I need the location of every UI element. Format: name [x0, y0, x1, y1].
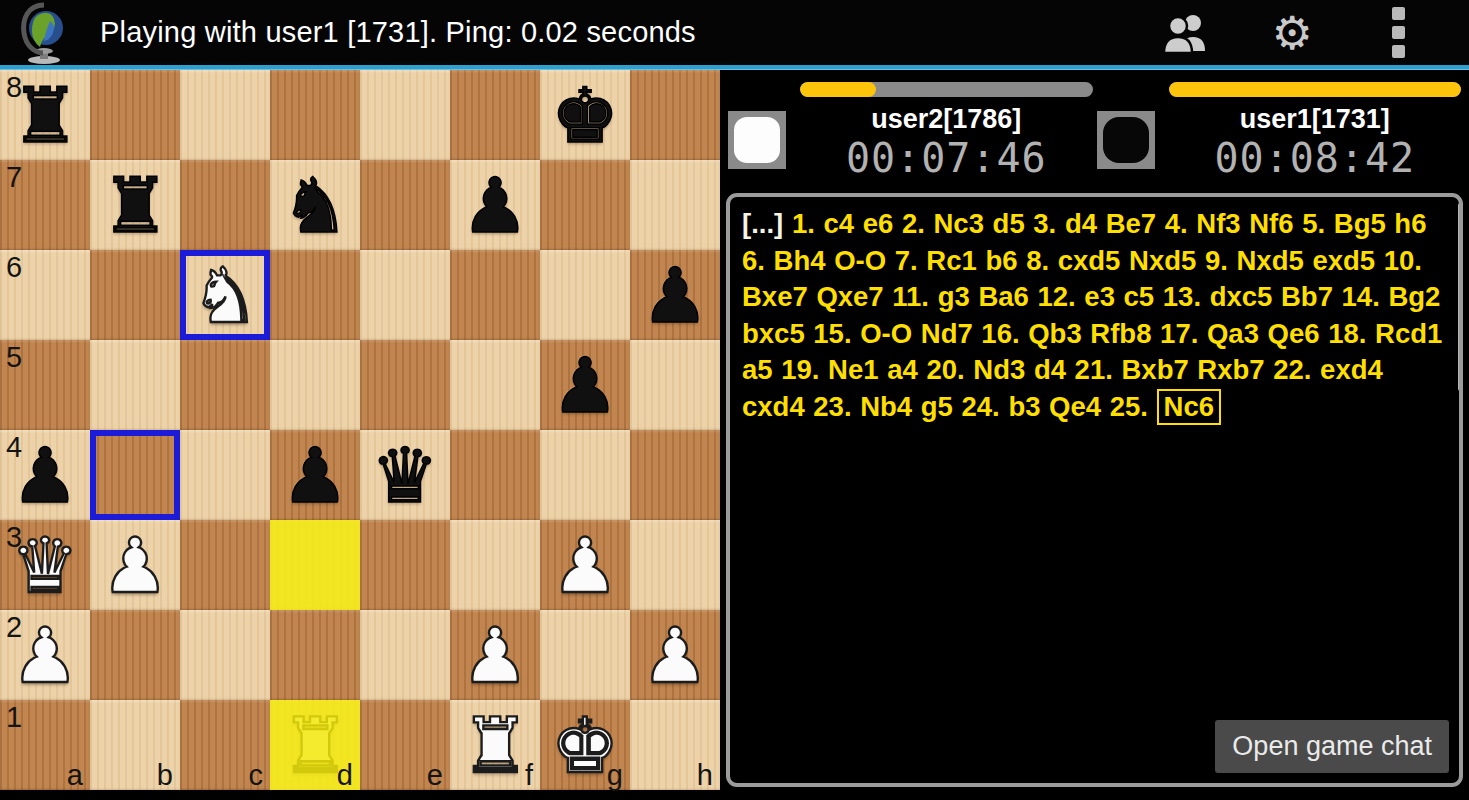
square-a7[interactable]: 7: [0, 160, 90, 250]
square-c3[interactable]: [180, 520, 270, 610]
square-g2[interactable]: [540, 610, 630, 700]
square-e3[interactable]: [360, 520, 450, 610]
file-label-d: d: [337, 759, 353, 792]
square-f4[interactable]: [450, 430, 540, 520]
settings-gear-icon[interactable]: ⚙: [1265, 6, 1319, 60]
white-player-name: user2[1786]: [800, 98, 1093, 135]
square-c8[interactable]: [180, 70, 270, 160]
square-h8[interactable]: [630, 70, 720, 160]
square-a8[interactable]: ♜8: [0, 70, 90, 160]
users-icon[interactable]: [1159, 6, 1213, 60]
rank-label-2: 2: [6, 611, 22, 644]
move-list-scrollbar[interactable]: [1458, 203, 1463, 391]
file-label-a: a: [67, 759, 83, 792]
square-e5[interactable]: [360, 340, 450, 430]
file-label-b: b: [157, 759, 173, 792]
square-g4[interactable]: [540, 430, 630, 520]
square-c4[interactable]: [180, 430, 270, 520]
square-d2[interactable]: [270, 610, 360, 700]
square-a5[interactable]: 5: [0, 340, 90, 430]
yellow-highlight-d3: [270, 520, 360, 610]
file-label-c: c: [249, 759, 264, 792]
square-b8[interactable]: [90, 70, 180, 160]
open-game-chat-button[interactable]: Open game chat: [1215, 720, 1449, 773]
white-pawn-h2: ♟: [630, 610, 720, 700]
square-b1[interactable]: b: [90, 700, 180, 790]
black-pawn-h6: ♟: [630, 250, 720, 340]
square-a4[interactable]: ♟4: [0, 430, 90, 520]
player-black-block: user1[1731] 00:08:42: [1095, 80, 1464, 181]
square-h7[interactable]: [630, 160, 720, 250]
move-list: [...] 1. c4 e6 2. Nc3 d5 3. d4 Be7 4. Nf…: [742, 206, 1447, 425]
square-h3[interactable]: [630, 520, 720, 610]
square-h5[interactable]: [630, 340, 720, 430]
square-f3[interactable]: [450, 520, 540, 610]
square-c2[interactable]: [180, 610, 270, 700]
rank-label-6: 6: [6, 251, 22, 284]
chess-board: ♜8♚7♜♞♟6♞♟5♟♟4♟♛♛3♟♟♟2♟♟1abc♜de♜f♚gh: [0, 70, 720, 790]
square-a6[interactable]: 6: [0, 250, 90, 340]
rank-label-3: 3: [6, 521, 22, 554]
black-queen-e4: ♛: [360, 430, 450, 520]
file-label-e: e: [427, 759, 443, 792]
square-d7[interactable]: ♞: [270, 160, 360, 250]
square-d1[interactable]: ♜d: [270, 700, 360, 790]
move-list-prefix: [...]: [742, 208, 783, 239]
square-c5[interactable]: [180, 340, 270, 430]
square-e4[interactable]: ♛: [360, 430, 450, 520]
square-d8[interactable]: [270, 70, 360, 160]
last-move-highlight: Nc6: [1157, 389, 1221, 425]
square-f8[interactable]: [450, 70, 540, 160]
square-c7[interactable]: [180, 160, 270, 250]
square-a2[interactable]: ♟2: [0, 610, 90, 700]
square-d5[interactable]: [270, 340, 360, 430]
black-rook-b7: ♜: [90, 160, 180, 250]
rank-label-8: 8: [6, 71, 22, 104]
overflow-menu-icon[interactable]: [1371, 6, 1425, 60]
square-f5[interactable]: [450, 340, 540, 430]
window-title: Playing with user1 [1731]. Ping: 0.02 se…: [100, 16, 1159, 49]
square-b3[interactable]: ♟: [90, 520, 180, 610]
square-e1[interactable]: e: [360, 700, 450, 790]
square-g5[interactable]: ♟: [540, 340, 630, 430]
square-g3[interactable]: ♟: [540, 520, 630, 610]
rank-label-7: 7: [6, 161, 22, 194]
square-e6[interactable]: [360, 250, 450, 340]
file-label-h: h: [697, 759, 713, 792]
black-pawn-f7: ♟: [450, 160, 540, 250]
square-b4[interactable]: [90, 430, 180, 520]
black-player-name: user1[1731]: [1169, 98, 1462, 135]
white-side-icon: [728, 111, 786, 169]
square-f1[interactable]: ♜f: [450, 700, 540, 790]
white-pawn-b3: ♟: [90, 520, 180, 610]
black-player-clock: 00:08:42: [1169, 135, 1462, 181]
square-b5[interactable]: [90, 340, 180, 430]
rank-label-4: 4: [6, 431, 22, 464]
square-g1[interactable]: ♚g: [540, 700, 630, 790]
square-e7[interactable]: [360, 160, 450, 250]
player-white-block: user2[1786] 00:07:46: [726, 80, 1095, 181]
square-h6[interactable]: ♟: [630, 250, 720, 340]
file-label-f: f: [525, 759, 533, 792]
rank-label-5: 5: [6, 341, 22, 374]
black-time-bar-fill: [1169, 82, 1462, 97]
white-pawn-g3: ♟: [540, 520, 630, 610]
black-side-icon: [1097, 111, 1155, 169]
square-b6[interactable]: [90, 250, 180, 340]
white-time-bar: [800, 82, 1093, 97]
black-time-bar: [1169, 82, 1462, 97]
square-d6[interactable]: [270, 250, 360, 340]
square-f6[interactable]: [450, 250, 540, 340]
game-info-panel: user2[1786] 00:07:46 user1[1731] 00:08:4…: [720, 70, 1469, 795]
square-g7[interactable]: [540, 160, 630, 250]
rank-label-1: 1: [6, 701, 22, 734]
square-c6[interactable]: ♞: [180, 250, 270, 340]
action-bar: Playing with user1 [1731]. Ping: 0.02 se…: [0, 0, 1469, 70]
square-e8[interactable]: [360, 70, 450, 160]
black-king-g8: ♚: [540, 70, 630, 160]
file-label-g: g: [607, 759, 623, 792]
square-a3[interactable]: ♛3: [0, 520, 90, 610]
black-pawn-d4: ♟: [270, 430, 360, 520]
white-player-clock: 00:07:46: [800, 135, 1093, 181]
square-f7[interactable]: ♟: [450, 160, 540, 250]
white-time-bar-fill: [800, 82, 876, 97]
square-d4[interactable]: ♟: [270, 430, 360, 520]
move-list-box[interactable]: [...] 1. c4 e6 2. Nc3 d5 3. d4 Be7 4. Nf…: [726, 193, 1463, 787]
clocks-row: user2[1786] 00:07:46 user1[1731] 00:08:4…: [726, 80, 1463, 181]
square-h1[interactable]: h: [630, 700, 720, 790]
square-d3[interactable]: [270, 520, 360, 610]
black-knight-d7: ♞: [270, 160, 360, 250]
white-pawn-f2: ♟: [450, 610, 540, 700]
app-logo-globe-icon[interactable]: [16, 1, 72, 65]
move-list-body: 1. c4 e6 2. Nc3 d5 3. d4 Be7 4. Nf3 Nf6 …: [742, 208, 1442, 422]
square-g6[interactable]: [540, 250, 630, 340]
square-b2[interactable]: [90, 610, 180, 700]
square-g8[interactable]: ♚: [540, 70, 630, 160]
white-knight-c6: ♞: [180, 250, 270, 340]
square-f2[interactable]: ♟: [450, 610, 540, 700]
square-e2[interactable]: [360, 610, 450, 700]
square-b7[interactable]: ♜: [90, 160, 180, 250]
square-h2[interactable]: ♟: [630, 610, 720, 700]
square-a1[interactable]: 1a: [0, 700, 90, 790]
black-pawn-g5: ♟: [540, 340, 630, 430]
square-h4[interactable]: [630, 430, 720, 520]
square-c1[interactable]: c: [180, 700, 270, 790]
